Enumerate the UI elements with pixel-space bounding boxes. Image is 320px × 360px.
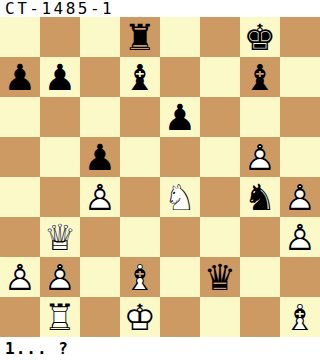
square-d7[interactable]: ♝ <box>120 57 160 97</box>
black-pawn-icon: ♟ <box>80 137 120 177</box>
square-a2[interactable]: ♟♙ <box>0 257 40 297</box>
square-d5[interactable] <box>120 137 160 177</box>
square-d6[interactable] <box>120 97 160 137</box>
square-c7[interactable] <box>80 57 120 97</box>
square-b3[interactable]: ♛♕ <box>40 217 80 257</box>
square-h8[interactable] <box>280 17 320 57</box>
square-h7[interactable] <box>280 57 320 97</box>
square-h2[interactable] <box>280 257 320 297</box>
white-bishop-icon: ♝♗ <box>120 257 160 297</box>
square-e8[interactable] <box>160 17 200 57</box>
black-pawn-icon: ♟ <box>0 57 40 97</box>
square-b2[interactable]: ♟♙ <box>40 257 80 297</box>
square-a1[interactable] <box>0 297 40 337</box>
square-a3[interactable] <box>0 217 40 257</box>
square-h6[interactable] <box>280 97 320 137</box>
square-d8[interactable]: ♜ <box>120 17 160 57</box>
square-c4[interactable]: ♟♙ <box>80 177 120 217</box>
white-pawn-icon: ♟♙ <box>80 177 120 217</box>
square-h3[interactable]: ♟♙ <box>280 217 320 257</box>
square-b1[interactable]: ♜♖ <box>40 297 80 337</box>
chess-board: ♜♚♟♟♝♝♟♟♟♙♟♙♞♘♞♟♙♛♕♟♙♟♙♟♙♝♗♛♜♖♚♔♝♗ <box>0 17 320 337</box>
square-a4[interactable] <box>0 177 40 217</box>
square-b4[interactable] <box>40 177 80 217</box>
square-f1[interactable] <box>200 297 240 337</box>
square-h4[interactable]: ♟♙ <box>280 177 320 217</box>
square-f5[interactable] <box>200 137 240 177</box>
square-g8[interactable]: ♚ <box>240 17 280 57</box>
white-pawn-icon: ♟♙ <box>40 257 80 297</box>
square-g6[interactable] <box>240 97 280 137</box>
white-pawn-icon: ♟♙ <box>280 177 320 217</box>
white-pawn-icon: ♟♙ <box>280 217 320 257</box>
black-queen-icon: ♛ <box>200 257 240 297</box>
black-pawn-icon: ♟ <box>40 57 80 97</box>
square-c8[interactable] <box>80 17 120 57</box>
white-king-icon: ♚♔ <box>120 297 160 337</box>
square-c5[interactable]: ♟ <box>80 137 120 177</box>
square-a6[interactable] <box>0 97 40 137</box>
square-c1[interactable] <box>80 297 120 337</box>
square-e2[interactable] <box>160 257 200 297</box>
square-d1[interactable]: ♚♔ <box>120 297 160 337</box>
square-f3[interactable] <box>200 217 240 257</box>
black-pawn-icon: ♟ <box>160 97 200 137</box>
square-g2[interactable] <box>240 257 280 297</box>
square-b5[interactable] <box>40 137 80 177</box>
square-e5[interactable] <box>160 137 200 177</box>
square-a5[interactable] <box>0 137 40 177</box>
white-pawn-icon: ♟♙ <box>240 137 280 177</box>
puzzle-page: CT-1485-1 ♜♚♟♟♝♝♟♟♟♙♟♙♞♘♞♟♙♛♕♟♙♟♙♟♙♝♗♛♜♖… <box>0 0 320 360</box>
square-c3[interactable] <box>80 217 120 257</box>
white-rook-icon: ♜♖ <box>40 297 80 337</box>
square-e6[interactable]: ♟ <box>160 97 200 137</box>
square-e1[interactable] <box>160 297 200 337</box>
puzzle-title: CT-1485-1 <box>0 0 320 17</box>
square-d2[interactable]: ♝♗ <box>120 257 160 297</box>
square-b6[interactable] <box>40 97 80 137</box>
white-knight-icon: ♞♘ <box>160 177 200 217</box>
square-f4[interactable] <box>200 177 240 217</box>
square-d3[interactable] <box>120 217 160 257</box>
black-bishop-icon: ♝ <box>240 57 280 97</box>
square-g4[interactable]: ♞ <box>240 177 280 217</box>
square-f7[interactable] <box>200 57 240 97</box>
square-a7[interactable]: ♟ <box>0 57 40 97</box>
square-h1[interactable]: ♝♗ <box>280 297 320 337</box>
square-f2[interactable]: ♛ <box>200 257 240 297</box>
white-bishop-icon: ♝♗ <box>280 297 320 337</box>
square-f8[interactable] <box>200 17 240 57</box>
square-f6[interactable] <box>200 97 240 137</box>
square-g1[interactable] <box>240 297 280 337</box>
square-g3[interactable] <box>240 217 280 257</box>
square-g5[interactable]: ♟♙ <box>240 137 280 177</box>
square-e3[interactable] <box>160 217 200 257</box>
square-a8[interactable] <box>0 17 40 57</box>
black-king-icon: ♚ <box>240 17 280 57</box>
square-h5[interactable] <box>280 137 320 177</box>
square-d4[interactable] <box>120 177 160 217</box>
white-queen-icon: ♛♕ <box>40 217 80 257</box>
square-c6[interactable] <box>80 97 120 137</box>
square-b8[interactable] <box>40 17 80 57</box>
black-bishop-icon: ♝ <box>120 57 160 97</box>
square-e7[interactable] <box>160 57 200 97</box>
white-pawn-icon: ♟♙ <box>0 257 40 297</box>
black-rook-icon: ♜ <box>120 17 160 57</box>
square-g7[interactable]: ♝ <box>240 57 280 97</box>
square-e4[interactable]: ♞♘ <box>160 177 200 217</box>
square-c2[interactable] <box>80 257 120 297</box>
move-prompt: 1... ? <box>0 337 320 360</box>
black-knight-icon: ♞ <box>240 177 280 217</box>
square-b7[interactable]: ♟ <box>40 57 80 97</box>
